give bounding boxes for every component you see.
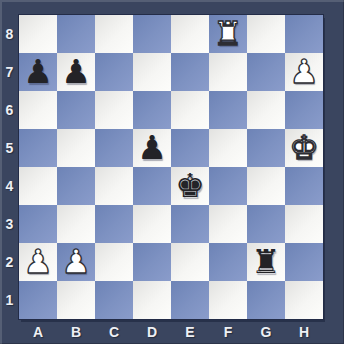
square-f4[interactable] [209, 167, 247, 205]
rank-label-5: 5 [0, 129, 19, 167]
square-e4[interactable]: ♚ [171, 167, 209, 205]
square-b8[interactable] [57, 15, 95, 53]
square-b6[interactable] [57, 91, 95, 129]
piece-white-king[interactable]: ♚ [289, 131, 319, 164]
square-g7[interactable] [247, 53, 285, 91]
square-h8[interactable] [285, 15, 323, 53]
rank-label-2: 2 [0, 243, 19, 281]
file-label-g: G [247, 319, 285, 344]
square-h7[interactable]: ♟ [285, 53, 323, 91]
square-e2[interactable] [171, 243, 209, 281]
square-b5[interactable] [57, 129, 95, 167]
square-a7[interactable]: ♟ [19, 53, 57, 91]
square-f2[interactable] [209, 243, 247, 281]
square-a2[interactable]: ♟ [19, 243, 57, 281]
square-f8[interactable]: ♜ [209, 15, 247, 53]
square-e7[interactable] [171, 53, 209, 91]
square-g5[interactable] [247, 129, 285, 167]
piece-white-pawn[interactable]: ♟ [289, 55, 319, 88]
square-f3[interactable] [209, 205, 247, 243]
square-h5[interactable]: ♚ [285, 129, 323, 167]
square-a1[interactable] [19, 281, 57, 319]
square-f7[interactable] [209, 53, 247, 91]
square-h2[interactable] [285, 243, 323, 281]
square-c7[interactable] [95, 53, 133, 91]
file-label-f: F [209, 319, 247, 344]
file-label-a: A [19, 319, 57, 344]
square-d1[interactable] [133, 281, 171, 319]
square-d4[interactable] [133, 167, 171, 205]
piece-black-rook[interactable]: ♜ [251, 245, 281, 278]
square-h6[interactable] [285, 91, 323, 129]
square-d7[interactable] [133, 53, 171, 91]
square-f6[interactable] [209, 91, 247, 129]
square-f5[interactable] [209, 129, 247, 167]
square-g3[interactable] [247, 205, 285, 243]
square-g6[interactable] [247, 91, 285, 129]
square-b4[interactable] [57, 167, 95, 205]
square-a5[interactable] [19, 129, 57, 167]
piece-white-pawn[interactable]: ♟ [23, 245, 53, 278]
square-c2[interactable] [95, 243, 133, 281]
square-f1[interactable] [209, 281, 247, 319]
rank-label-8: 8 [0, 15, 19, 53]
file-label-e: E [171, 319, 209, 344]
square-e6[interactable] [171, 91, 209, 129]
file-label-h: H [285, 319, 323, 344]
square-g1[interactable] [247, 281, 285, 319]
square-g4[interactable] [247, 167, 285, 205]
piece-white-rook[interactable]: ♜ [213, 17, 243, 50]
square-g8[interactable] [247, 15, 285, 53]
square-e8[interactable] [171, 15, 209, 53]
rank-label-7: 7 [0, 53, 19, 91]
square-a3[interactable] [19, 205, 57, 243]
square-b2[interactable]: ♟ [57, 243, 95, 281]
square-h3[interactable] [285, 205, 323, 243]
square-g2[interactable]: ♜ [247, 243, 285, 281]
piece-black-king[interactable]: ♚ [175, 169, 205, 202]
file-label-c: C [95, 319, 133, 344]
square-d2[interactable] [133, 243, 171, 281]
file-label-d: D [133, 319, 171, 344]
square-a6[interactable] [19, 91, 57, 129]
square-a4[interactable] [19, 167, 57, 205]
square-e5[interactable] [171, 129, 209, 167]
square-a8[interactable] [19, 15, 57, 53]
square-c1[interactable] [95, 281, 133, 319]
piece-white-pawn[interactable]: ♟ [61, 245, 91, 278]
square-d5[interactable]: ♟ [133, 129, 171, 167]
rank-label-3: 3 [0, 205, 19, 243]
square-h4[interactable] [285, 167, 323, 205]
rank-label-4: 4 [0, 167, 19, 205]
square-c6[interactable] [95, 91, 133, 129]
square-b3[interactable] [57, 205, 95, 243]
square-c3[interactable] [95, 205, 133, 243]
square-d6[interactable] [133, 91, 171, 129]
piece-black-pawn[interactable]: ♟ [23, 55, 53, 88]
square-e1[interactable] [171, 281, 209, 319]
square-d3[interactable] [133, 205, 171, 243]
chessboard-frame: ♜♟♟♟♟♚♚♟♟♜ 87654321 ABCDEFGH [0, 0, 344, 344]
square-h1[interactable] [285, 281, 323, 319]
piece-black-pawn[interactable]: ♟ [137, 131, 167, 164]
chessboard: ♜♟♟♟♟♚♚♟♟♜ [19, 15, 323, 319]
square-b7[interactable]: ♟ [57, 53, 95, 91]
square-c5[interactable] [95, 129, 133, 167]
square-e3[interactable] [171, 205, 209, 243]
file-label-b: B [57, 319, 95, 344]
square-c8[interactable] [95, 15, 133, 53]
square-b1[interactable] [57, 281, 95, 319]
rank-label-1: 1 [0, 281, 19, 319]
piece-black-pawn[interactable]: ♟ [61, 55, 91, 88]
square-c4[interactable] [95, 167, 133, 205]
square-d8[interactable] [133, 15, 171, 53]
rank-label-6: 6 [0, 91, 19, 129]
